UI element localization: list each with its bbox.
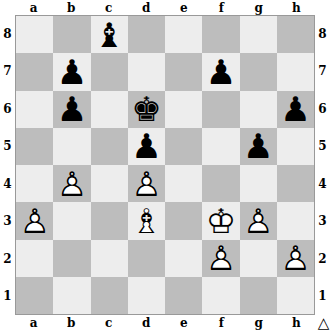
square-b5[interactable] <box>53 128 90 165</box>
file-label-a-bottom: a <box>15 315 53 330</box>
square-a2[interactable] <box>16 240 53 277</box>
white-pawn-a3[interactable]: ♟♙ <box>16 202 53 239</box>
chess-diagram: abcdefgh 87654321 ♝♟♟♟♚♟♟♟♟♙♟♙♟♙♝♗♚♔♟♙♟♙… <box>0 0 330 330</box>
piece-glyph: ♟ <box>53 53 90 90</box>
square-c3[interactable] <box>91 202 128 239</box>
file-label-e-top: e <box>165 0 203 15</box>
rank-label-7-left: 7 <box>0 53 15 91</box>
square-c7[interactable] <box>91 53 128 90</box>
square-a5[interactable] <box>16 128 53 165</box>
piece-outline-glyph: ♙ <box>128 165 165 202</box>
piece-glyph: ♚ <box>128 91 165 128</box>
rank-label-1-right: 1 <box>315 278 330 316</box>
chess-board: ♝♟♟♟♚♟♟♟♟♙♟♙♟♙♝♗♚♔♟♙♟♙♟♙ <box>15 15 315 315</box>
piece-glyph: ♟ <box>277 91 314 128</box>
file-label-d-bottom: d <box>128 315 166 330</box>
square-g7[interactable] <box>240 53 277 90</box>
square-b7[interactable]: ♟ <box>53 53 90 90</box>
square-h6[interactable]: ♟ <box>277 91 314 128</box>
black-pawn-f7[interactable]: ♟ <box>202 53 239 90</box>
file-label-b-top: b <box>53 0 91 15</box>
file-label-c-bottom: c <box>90 315 128 330</box>
square-h2[interactable]: ♟♙ <box>277 240 314 277</box>
square-f7[interactable]: ♟ <box>202 53 239 90</box>
rank-label-4-left: 4 <box>0 165 15 203</box>
square-f6[interactable] <box>202 91 239 128</box>
square-e5[interactable] <box>165 128 202 165</box>
square-d5[interactable]: ♟ <box>128 128 165 165</box>
black-king-d6[interactable]: ♚ <box>128 91 165 128</box>
piece-outline-glyph: ♙ <box>16 202 53 239</box>
file-label-g-bottom: g <box>240 315 278 330</box>
corner-top-right <box>315 0 330 15</box>
file-label-a-top: a <box>15 0 53 15</box>
rank-label-5-right: 5 <box>315 128 330 166</box>
piece-outline-glyph: ♙ <box>53 165 90 202</box>
piece-outline-glyph: ♙ <box>277 240 314 277</box>
white-pawn-f2[interactable]: ♟♙ <box>202 240 239 277</box>
black-pawn-b6[interactable]: ♟ <box>53 91 90 128</box>
black-pawn-h6[interactable]: ♟ <box>277 91 314 128</box>
square-a6[interactable] <box>16 91 53 128</box>
white-to-move-indicator: △ <box>318 316 330 330</box>
black-pawn-b7[interactable]: ♟ <box>53 53 90 90</box>
corner-top-left <box>0 0 15 15</box>
square-g4[interactable] <box>240 165 277 202</box>
files-top: abcdefgh <box>15 0 315 15</box>
rank-label-5-left: 5 <box>0 128 15 166</box>
square-d4[interactable]: ♟♙ <box>128 165 165 202</box>
piece-glyph: ♟ <box>240 128 277 165</box>
square-e1[interactable] <box>165 277 202 314</box>
piece-glyph: ♟ <box>53 91 90 128</box>
square-f1[interactable] <box>202 277 239 314</box>
square-a8[interactable] <box>16 16 53 53</box>
rank-label-1-left: 1 <box>0 278 15 316</box>
square-b3[interactable] <box>53 202 90 239</box>
square-b6[interactable]: ♟ <box>53 91 90 128</box>
square-a7[interactable] <box>16 53 53 90</box>
corner-bottom-left <box>0 315 15 330</box>
square-f3[interactable]: ♚♔ <box>202 202 239 239</box>
square-g2[interactable] <box>240 240 277 277</box>
square-h8[interactable] <box>277 16 314 53</box>
rank-label-3-right: 3 <box>315 203 330 241</box>
rank-label-2-left: 2 <box>0 240 15 278</box>
square-f2[interactable]: ♟♙ <box>202 240 239 277</box>
square-d1[interactable] <box>128 277 165 314</box>
file-label-d-top: d <box>128 0 166 15</box>
rank-label-6-left: 6 <box>0 90 15 128</box>
rank-label-3-left: 3 <box>0 203 15 241</box>
file-label-h-bottom: h <box>278 315 316 330</box>
square-c6[interactable] <box>91 91 128 128</box>
square-e3[interactable] <box>165 202 202 239</box>
rank-label-7-right: 7 <box>315 53 330 91</box>
square-e8[interactable] <box>165 16 202 53</box>
square-h3[interactable] <box>277 202 314 239</box>
square-e7[interactable] <box>165 53 202 90</box>
white-bishop-d3[interactable]: ♝♗ <box>128 202 165 239</box>
square-f8[interactable] <box>202 16 239 53</box>
square-f4[interactable] <box>202 165 239 202</box>
square-g8[interactable] <box>240 16 277 53</box>
square-e4[interactable] <box>165 165 202 202</box>
square-a4[interactable] <box>16 165 53 202</box>
file-label-e-bottom: e <box>165 315 203 330</box>
square-c5[interactable] <box>91 128 128 165</box>
black-bishop-c8[interactable]: ♝ <box>91 16 128 53</box>
square-e2[interactable] <box>165 240 202 277</box>
rank-label-4-right: 4 <box>315 165 330 203</box>
white-pawn-b4[interactable]: ♟♙ <box>53 165 90 202</box>
file-label-g-top: g <box>240 0 278 15</box>
square-c1[interactable] <box>91 277 128 314</box>
square-g6[interactable] <box>240 91 277 128</box>
square-c8[interactable]: ♝ <box>91 16 128 53</box>
files-bottom: abcdefgh <box>15 315 315 330</box>
piece-glyph: ♟ <box>128 128 165 165</box>
square-e6[interactable] <box>165 91 202 128</box>
piece-outline-glyph: ♙ <box>240 202 277 239</box>
file-label-c-top: c <box>90 0 128 15</box>
square-b4[interactable]: ♟♙ <box>53 165 90 202</box>
square-a1[interactable] <box>16 277 53 314</box>
square-h5[interactable] <box>277 128 314 165</box>
square-h4[interactable] <box>277 165 314 202</box>
piece-glyph: ♟ <box>202 53 239 90</box>
square-b2[interactable] <box>53 240 90 277</box>
square-d8[interactable] <box>128 16 165 53</box>
rank-label-2-right: 2 <box>315 240 330 278</box>
ranks-right: 87654321 <box>315 15 330 315</box>
square-g3[interactable]: ♟♙ <box>240 202 277 239</box>
square-d7[interactable] <box>128 53 165 90</box>
white-pawn-d4[interactable]: ♟♙ <box>128 165 165 202</box>
piece-outline-glyph: ♔ <box>202 202 239 239</box>
file-label-h-top: h <box>278 0 316 15</box>
black-pawn-g5[interactable]: ♟ <box>240 128 277 165</box>
square-d3[interactable]: ♝♗ <box>128 202 165 239</box>
piece-glyph: ♝ <box>91 16 128 53</box>
corner-bottom-right: △ <box>315 315 330 330</box>
square-c4[interactable] <box>91 165 128 202</box>
square-f5[interactable] <box>202 128 239 165</box>
white-pawn-g3[interactable]: ♟♙ <box>240 202 277 239</box>
black-pawn-d5[interactable]: ♟ <box>128 128 165 165</box>
square-d2[interactable] <box>128 240 165 277</box>
square-g5[interactable]: ♟ <box>240 128 277 165</box>
file-label-b-bottom: b <box>53 315 91 330</box>
file-label-f-top: f <box>203 0 241 15</box>
rank-label-8-right: 8 <box>315 15 330 53</box>
file-label-f-bottom: f <box>203 315 241 330</box>
square-d6[interactable]: ♚ <box>128 91 165 128</box>
piece-outline-glyph: ♙ <box>202 240 239 277</box>
square-g1[interactable] <box>240 277 277 314</box>
square-h7[interactable] <box>277 53 314 90</box>
square-h1[interactable] <box>277 277 314 314</box>
white-pawn-h2[interactable]: ♟♙ <box>277 240 314 277</box>
ranks-left: 87654321 <box>0 15 15 315</box>
piece-outline-glyph: ♗ <box>128 202 165 239</box>
square-c2[interactable] <box>91 240 128 277</box>
square-b8[interactable] <box>53 16 90 53</box>
white-king-f3[interactable]: ♚♔ <box>202 202 239 239</box>
square-a3[interactable]: ♟♙ <box>16 202 53 239</box>
rank-label-8-left: 8 <box>0 15 15 53</box>
rank-label-6-right: 6 <box>315 90 330 128</box>
square-b1[interactable] <box>53 277 90 314</box>
